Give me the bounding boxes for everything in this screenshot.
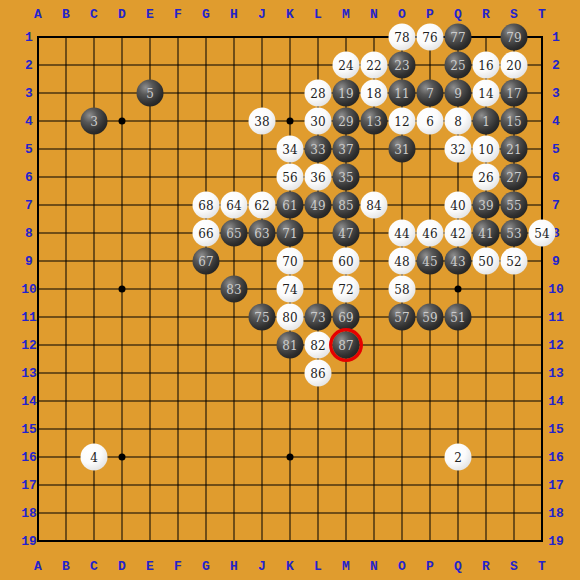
col-label-bottom-a: A [34, 560, 42, 573]
stone-number: 27 [506, 171, 521, 183]
stone-number: 81 [282, 339, 297, 351]
stone-number: 57 [394, 311, 409, 323]
row-label-right-14: 14 [548, 395, 564, 408]
stone-number: 70 [282, 255, 297, 267]
row-label-right-17: 17 [548, 479, 564, 492]
stone-q16-move-2: 2 [445, 444, 472, 471]
col-label-top-s: S [510, 8, 518, 21]
stone-number: 64 [226, 199, 241, 211]
col-label-top-k: K [286, 8, 294, 21]
stone-number: 53 [506, 227, 521, 239]
stone-m4-move-29: 29 [333, 108, 360, 135]
stone-n3-move-18: 18 [361, 80, 388, 107]
stone-q11-move-51: 51 [445, 304, 472, 331]
stone-p1-move-76: 76 [417, 24, 444, 51]
stone-number: 33 [310, 143, 325, 155]
star-point-k16 [287, 454, 294, 461]
stone-s1-move-79: 79 [501, 24, 528, 51]
stone-number: 56 [282, 171, 297, 183]
row-label-left-3: 3 [25, 87, 33, 100]
col-label-top-h: H [230, 8, 238, 21]
row-label-left-5: 5 [25, 143, 33, 156]
stone-number: 8 [454, 115, 462, 127]
stone-number: 41 [478, 227, 493, 239]
stone-s6-move-27: 27 [501, 164, 528, 191]
stone-j4-move-38: 38 [249, 108, 276, 135]
stone-m8-move-47: 47 [333, 220, 360, 247]
stone-number: 78 [394, 31, 409, 43]
col-label-top-f: F [174, 8, 182, 21]
stone-k8-move-71: 71 [277, 220, 304, 247]
stone-number: 59 [422, 311, 437, 323]
col-label-bottom-d: D [118, 560, 126, 573]
row-label-left-17: 17 [21, 479, 37, 492]
stone-number: 36 [310, 171, 325, 183]
star-point-q10 [455, 286, 462, 293]
stone-number: 55 [506, 199, 521, 211]
col-label-bottom-m: M [342, 560, 350, 573]
stone-number: 49 [310, 199, 325, 211]
stone-number: 63 [254, 227, 269, 239]
col-label-top-c: C [90, 8, 98, 21]
stone-s8-move-53: 53 [501, 220, 528, 247]
stone-number: 65 [226, 227, 241, 239]
row-label-right-15: 15 [548, 423, 564, 436]
stone-m5-move-37: 37 [333, 136, 360, 163]
row-label-left-7: 7 [25, 199, 33, 212]
stone-r7-move-39: 39 [473, 192, 500, 219]
stone-number: 16 [478, 59, 493, 71]
col-label-bottom-c: C [90, 560, 98, 573]
stone-q2-move-25: 25 [445, 52, 472, 79]
stone-number: 3 [90, 115, 98, 127]
stone-k5-move-34: 34 [277, 136, 304, 163]
stone-number: 58 [394, 283, 409, 295]
stone-m9-move-60: 60 [333, 248, 360, 275]
stone-number: 44 [394, 227, 409, 239]
stone-o10-move-58: 58 [389, 276, 416, 303]
stone-number: 14 [478, 87, 493, 99]
row-label-left-19: 19 [21, 535, 37, 548]
stone-o8-move-44: 44 [389, 220, 416, 247]
stone-r9-move-50: 50 [473, 248, 500, 275]
stone-r3-move-14: 14 [473, 80, 500, 107]
stone-number: 46 [422, 227, 437, 239]
stone-number: 28 [310, 87, 325, 99]
stone-o3-move-11: 11 [389, 80, 416, 107]
stone-s9-move-52: 52 [501, 248, 528, 275]
star-point-d16 [119, 454, 126, 461]
stone-m2-move-24: 24 [333, 52, 360, 79]
col-label-bottom-o: O [398, 560, 406, 573]
stone-number: 23 [394, 59, 409, 71]
stone-number: 4 [90, 451, 98, 463]
row-label-right-3: 3 [552, 87, 560, 100]
col-label-bottom-r: R [482, 560, 490, 573]
col-label-bottom-j: J [258, 560, 266, 573]
stone-number: 11 [394, 87, 409, 99]
stone-k10-move-74: 74 [277, 276, 304, 303]
stone-n7-move-84: 84 [361, 192, 388, 219]
col-label-bottom-b: B [62, 560, 70, 573]
stone-k11-move-80: 80 [277, 304, 304, 331]
col-label-bottom-p: P [426, 560, 434, 573]
col-label-top-j: J [258, 8, 266, 21]
stone-q3-move-9: 9 [445, 80, 472, 107]
row-label-left-13: 13 [21, 367, 37, 380]
row-label-right-2: 2 [552, 59, 560, 72]
stone-number: 18 [366, 87, 381, 99]
row-label-right-12: 12 [548, 339, 564, 352]
stone-number: 50 [478, 255, 493, 267]
stone-number: 7 [426, 87, 434, 99]
row-label-left-6: 6 [25, 171, 33, 184]
stone-number: 60 [338, 255, 353, 267]
row-label-right-18: 18 [548, 507, 564, 520]
stone-number: 83 [226, 283, 241, 295]
stone-number: 15 [506, 115, 521, 127]
stone-h8-move-65: 65 [221, 220, 248, 247]
stone-number: 80 [282, 311, 297, 323]
stone-number: 43 [450, 255, 465, 267]
stone-h10-move-83: 83 [221, 276, 248, 303]
stone-g8-move-66: 66 [193, 220, 220, 247]
stone-k9-move-70: 70 [277, 248, 304, 275]
stone-number: 39 [478, 199, 493, 211]
stone-number: 68 [198, 199, 213, 211]
stone-number: 66 [198, 227, 213, 239]
star-point-k4 [287, 118, 294, 125]
col-label-bottom-n: N [370, 560, 378, 573]
stone-s5-move-21: 21 [501, 136, 528, 163]
stone-j11-move-75: 75 [249, 304, 276, 331]
stone-o2-move-23: 23 [389, 52, 416, 79]
stone-number: 26 [478, 171, 493, 183]
stone-k7-move-61: 61 [277, 192, 304, 219]
col-label-bottom-k: K [286, 560, 294, 573]
col-label-bottom-q: Q [454, 560, 462, 573]
stone-r4-move-1: 1 [473, 108, 500, 135]
star-point-d10 [119, 286, 126, 293]
stone-k6-move-56: 56 [277, 164, 304, 191]
col-label-top-g: G [202, 8, 210, 21]
stone-m6-move-35: 35 [333, 164, 360, 191]
stone-number: 22 [366, 59, 381, 71]
row-label-right-4: 4 [552, 115, 560, 128]
row-label-left-11: 11 [21, 311, 37, 324]
stone-number: 84 [366, 199, 381, 211]
col-label-top-r: R [482, 8, 490, 21]
stone-s2-move-20: 20 [501, 52, 528, 79]
row-label-left-16: 16 [21, 451, 37, 464]
stone-number: 10 [478, 143, 493, 155]
col-label-top-m: M [342, 8, 350, 21]
stone-q5-move-32: 32 [445, 136, 472, 163]
col-label-bottom-f: F [174, 560, 182, 573]
row-label-right-16: 16 [548, 451, 564, 464]
row-label-left-1: 1 [25, 31, 33, 44]
stone-h7-move-64: 64 [221, 192, 248, 219]
stone-p8-move-46: 46 [417, 220, 444, 247]
stone-number: 42 [450, 227, 465, 239]
stone-number: 5 [146, 87, 154, 99]
stone-number: 2 [454, 451, 462, 463]
row-label-right-10: 10 [548, 283, 564, 296]
row-label-left-10: 10 [21, 283, 37, 296]
stone-m11-move-69: 69 [333, 304, 360, 331]
stone-number: 48 [394, 255, 409, 267]
stone-p11-move-59: 59 [417, 304, 444, 331]
stone-number: 61 [282, 199, 297, 211]
stone-m7-move-85: 85 [333, 192, 360, 219]
stone-number: 87 [338, 339, 353, 351]
stone-o1-move-78: 78 [389, 24, 416, 51]
stone-p9-move-45: 45 [417, 248, 444, 275]
stone-number: 62 [254, 199, 269, 211]
stone-c4-move-3: 3 [81, 108, 108, 135]
stone-m12-move-87: 87 [333, 332, 360, 359]
stone-number: 79 [506, 31, 521, 43]
stone-s4-move-15: 15 [501, 108, 528, 135]
stone-number: 52 [506, 255, 521, 267]
stone-r2-move-16: 16 [473, 52, 500, 79]
stone-o9-move-48: 48 [389, 248, 416, 275]
go-board[interactable]: AABBCCDDEEFFGGHHJJKKLLMMNNOOPPQQRRSSTT11… [0, 0, 580, 580]
stone-number: 77 [450, 31, 465, 43]
stone-number: 86 [310, 367, 325, 379]
stone-l4-move-30: 30 [305, 108, 332, 135]
row-label-right-13: 13 [548, 367, 564, 380]
stone-number: 73 [310, 311, 325, 323]
star-point-d4 [119, 118, 126, 125]
stone-number: 21 [506, 143, 521, 155]
col-label-top-e: E [146, 8, 154, 21]
col-label-top-t: T [538, 8, 546, 21]
stone-e3-move-5: 5 [137, 80, 164, 107]
stone-number: 51 [450, 311, 465, 323]
stone-g9-move-67: 67 [193, 248, 220, 275]
stone-l7-move-49: 49 [305, 192, 332, 219]
stone-r8-move-41: 41 [473, 220, 500, 247]
stone-number: 13 [366, 115, 381, 127]
row-label-right-7: 7 [552, 199, 560, 212]
stone-s7-move-55: 55 [501, 192, 528, 219]
row-label-left-15: 15 [21, 423, 37, 436]
stone-number: 1 [482, 115, 490, 127]
stone-number: 40 [450, 199, 465, 211]
stone-number: 75 [254, 311, 269, 323]
stone-number: 69 [338, 311, 353, 323]
row-label-left-8: 8 [25, 227, 33, 240]
stone-number: 72 [338, 283, 353, 295]
stone-n4-move-13: 13 [361, 108, 388, 135]
stone-q1-move-77: 77 [445, 24, 472, 51]
row-label-left-12: 12 [21, 339, 37, 352]
row-label-right-1: 1 [552, 31, 560, 44]
col-label-top-b: B [62, 8, 70, 21]
stone-r6-move-26: 26 [473, 164, 500, 191]
stone-number: 24 [338, 59, 353, 71]
row-label-left-14: 14 [21, 395, 37, 408]
col-label-top-a: A [34, 8, 42, 21]
stone-j7-move-62: 62 [249, 192, 276, 219]
stone-number: 71 [282, 227, 297, 239]
stone-number: 54 [534, 227, 549, 239]
stone-number: 82 [310, 339, 325, 351]
stone-p3-move-7: 7 [417, 80, 444, 107]
stone-number: 17 [506, 87, 521, 99]
stone-number: 29 [338, 115, 353, 127]
stone-number: 32 [450, 143, 465, 155]
row-label-left-2: 2 [25, 59, 33, 72]
col-label-top-l: L [314, 8, 322, 21]
stone-p4-move-6: 6 [417, 108, 444, 135]
col-label-bottom-t: T [538, 560, 546, 573]
col-label-top-q: Q [454, 8, 462, 21]
stone-number: 6 [426, 115, 434, 127]
row-label-left-9: 9 [25, 255, 33, 268]
stone-r5-move-10: 10 [473, 136, 500, 163]
stone-number: 38 [254, 115, 269, 127]
col-label-bottom-g: G [202, 560, 210, 573]
stone-number: 9 [454, 87, 462, 99]
stone-c16-move-4: 4 [81, 444, 108, 471]
stone-q4-move-8: 8 [445, 108, 472, 135]
row-label-right-11: 11 [548, 311, 564, 324]
stone-number: 19 [338, 87, 353, 99]
col-label-bottom-e: E [146, 560, 154, 573]
col-label-bottom-s: S [510, 560, 518, 573]
stone-l11-move-73: 73 [305, 304, 332, 331]
stone-number: 85 [338, 199, 353, 211]
stone-number: 67 [198, 255, 213, 267]
row-label-right-6: 6 [552, 171, 560, 184]
stone-s3-move-17: 17 [501, 80, 528, 107]
stone-m3-move-19: 19 [333, 80, 360, 107]
stone-number: 47 [338, 227, 353, 239]
stone-number: 35 [338, 171, 353, 183]
col-label-top-n: N [370, 8, 378, 21]
col-label-top-p: P [426, 8, 434, 21]
row-label-right-19: 19 [548, 535, 564, 548]
stone-o4-move-12: 12 [389, 108, 416, 135]
stone-number: 76 [422, 31, 437, 43]
stone-number: 74 [282, 283, 297, 295]
stone-number: 12 [394, 115, 409, 127]
stone-l13-move-86: 86 [305, 360, 332, 387]
stone-l6-move-36: 36 [305, 164, 332, 191]
stone-number: 30 [310, 115, 325, 127]
stone-o5-move-31: 31 [389, 136, 416, 163]
stone-number: 37 [338, 143, 353, 155]
stone-n2-move-22: 22 [361, 52, 388, 79]
col-label-top-o: O [398, 8, 406, 21]
col-label-bottom-h: H [230, 560, 238, 573]
stone-q7-move-40: 40 [445, 192, 472, 219]
stone-number: 45 [422, 255, 437, 267]
stone-q8-move-42: 42 [445, 220, 472, 247]
stone-t8-move-54: 54 [529, 220, 556, 247]
stone-number: 34 [282, 143, 297, 155]
stone-l5-move-33: 33 [305, 136, 332, 163]
row-label-right-5: 5 [552, 143, 560, 156]
stone-q9-move-43: 43 [445, 248, 472, 275]
row-label-left-4: 4 [25, 115, 33, 128]
row-label-right-9: 9 [552, 255, 560, 268]
col-label-bottom-l: L [314, 560, 322, 573]
stone-m10-move-72: 72 [333, 276, 360, 303]
col-label-top-d: D [118, 8, 126, 21]
stone-g7-move-68: 68 [193, 192, 220, 219]
stone-j8-move-63: 63 [249, 220, 276, 247]
row-label-left-18: 18 [21, 507, 37, 520]
stone-o11-move-57: 57 [389, 304, 416, 331]
stone-number: 25 [450, 59, 465, 71]
stone-number: 31 [394, 143, 409, 155]
stone-l12-move-82: 82 [305, 332, 332, 359]
stone-number: 20 [506, 59, 521, 71]
stone-k12-move-81: 81 [277, 332, 304, 359]
stone-l3-move-28: 28 [305, 80, 332, 107]
